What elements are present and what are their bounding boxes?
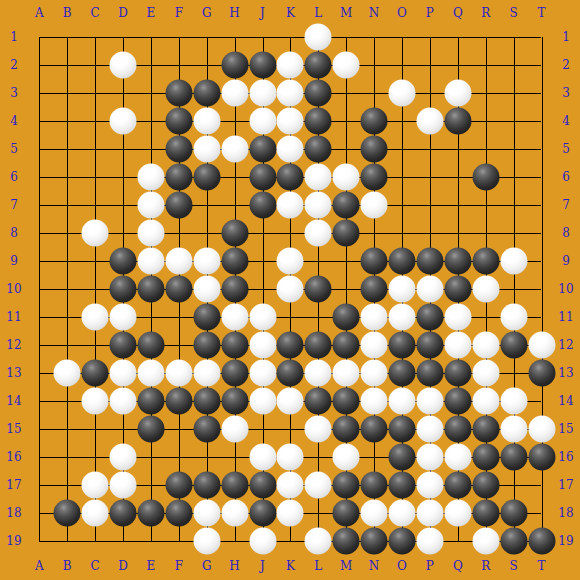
board-point-B3[interactable] [56,82,78,104]
go-client-screen: { "game": "go", "board": { "size": 19, "… [0,0,580,580]
board-point-S6[interactable] [503,166,525,188]
board-point-C4[interactable] [84,110,106,132]
board-point-C9[interactable] [84,250,106,272]
board-point-T18[interactable] [531,502,553,524]
stone-white-F13 [165,360,192,387]
coord-col-bottom-B: B [63,560,72,572]
board-point-T8[interactable] [531,222,553,244]
coord-col-top-T: T [537,7,545,19]
board-point-S5[interactable] [503,138,525,160]
stone-black-H2 [221,52,248,79]
board-point-R2[interactable] [475,54,497,76]
stone-black-D9 [110,248,137,275]
board-point-J15[interactable] [252,418,274,440]
board-point-P6[interactable] [419,166,441,188]
stone-white-G10 [193,276,220,303]
stone-white-T15 [528,416,555,443]
board-point-P5[interactable] [419,138,441,160]
board-point-K8[interactable] [279,222,301,244]
board-point-S10[interactable] [503,278,525,300]
coord-row-right-2: 2 [562,59,570,71]
board-point-R8[interactable] [475,222,497,244]
board-point-B14[interactable] [56,390,78,412]
board-point-E17[interactable] [140,474,162,496]
board-point-A12[interactable] [28,334,50,356]
board-point-E2[interactable] [140,54,162,76]
board-point-F16[interactable] [168,446,190,468]
stone-white-S11 [500,304,527,331]
stone-white-J11 [249,304,276,331]
board-point-S3[interactable] [503,82,525,104]
board-point-C6[interactable] [84,166,106,188]
stone-black-J5 [249,136,276,163]
board-point-D15[interactable] [112,418,134,440]
board-point-F2[interactable] [168,54,190,76]
stone-black-H10 [221,276,248,303]
board-point-A2[interactable] [28,54,50,76]
coord-row-right-14: 14 [558,395,573,407]
stone-white-R10 [472,276,499,303]
board-point-O5[interactable] [391,138,413,160]
coord-row-left-8: 8 [10,227,18,239]
stone-black-P11 [416,304,443,331]
coord-row-right-16: 16 [558,451,573,463]
board-point-Q1[interactable] [447,26,469,48]
coord-col-top-M: M [340,7,352,19]
board-point-Q8[interactable] [447,222,469,244]
board-point-E19[interactable] [140,530,162,552]
stone-white-L1 [305,24,332,51]
board-point-A16[interactable] [28,446,50,468]
stone-black-H8 [221,220,248,247]
coord-col-top-O: O [397,7,407,19]
stone-black-H12 [221,332,248,359]
coord-col-top-R: R [481,7,490,19]
coord-col-top-B: B [63,7,72,19]
stone-black-J17 [249,472,276,499]
board-point-C3[interactable] [84,82,106,104]
board-point-R3[interactable] [475,82,497,104]
board-point-B17[interactable] [56,474,78,496]
stone-white-L8 [305,220,332,247]
board-point-F11[interactable] [168,306,190,328]
stone-black-K6 [277,164,304,191]
board-point-C16[interactable] [84,446,106,468]
board-point-K19[interactable] [279,530,301,552]
coord-col-top-N: N [369,7,380,19]
board-point-F12[interactable] [168,334,190,356]
board-point-A17[interactable] [28,474,50,496]
board-point-B10[interactable] [56,278,78,300]
board-point-O2[interactable] [391,54,413,76]
board-point-B4[interactable] [56,110,78,132]
board-point-A19[interactable] [28,530,50,552]
board-point-A11[interactable] [28,306,50,328]
stone-black-J6 [249,164,276,191]
stone-black-N10 [361,276,388,303]
stone-black-Q17 [444,472,471,499]
stone-black-R15 [472,416,499,443]
stone-white-K2 [277,52,304,79]
board-point-B6[interactable] [56,166,78,188]
stone-black-N15 [361,416,388,443]
stone-white-L17 [305,472,332,499]
board-point-B1[interactable] [56,26,78,48]
board-point-N3[interactable] [363,82,385,104]
stone-black-O17 [389,472,416,499]
board-point-R7[interactable] [475,194,497,216]
stone-white-J14 [249,388,276,415]
coord-row-right-6: 6 [562,171,570,183]
stone-white-Q18 [444,500,471,527]
coord-row-left-1: 1 [10,31,18,43]
coord-row-left-11: 11 [6,311,21,323]
board-point-S7[interactable] [503,194,525,216]
board-point-A18[interactable] [28,502,50,524]
board-point-T9[interactable] [531,250,553,272]
stone-white-Q12 [444,332,471,359]
board-point-J9[interactable] [252,250,274,272]
coord-row-right-8: 8 [562,227,570,239]
stone-white-K17 [277,472,304,499]
board-point-T2[interactable] [531,54,553,76]
stone-black-B18 [54,500,81,527]
stone-black-E10 [137,276,164,303]
board-point-C1[interactable] [84,26,106,48]
board-point-O4[interactable] [391,110,413,132]
board-point-T3[interactable] [531,82,553,104]
board-point-D6[interactable] [112,166,134,188]
board-point-A6[interactable] [28,166,50,188]
stone-white-N12 [361,332,388,359]
board-point-D8[interactable] [112,222,134,244]
stone-white-G9 [193,248,220,275]
board-point-M10[interactable] [335,278,357,300]
board-point-H7[interactable] [224,194,246,216]
coord-col-bottom-R: R [481,560,490,572]
board-point-T6[interactable] [531,166,553,188]
coord-row-left-18: 18 [6,507,21,519]
coord-col-bottom-N: N [369,560,380,572]
board-point-N2[interactable] [363,54,385,76]
board-point-O8[interactable] [391,222,413,244]
board-point-R1[interactable] [475,26,497,48]
stone-white-P4 [416,108,443,135]
board-point-A14[interactable] [28,390,50,412]
stone-white-E9 [137,248,164,275]
board-point-B16[interactable] [56,446,78,468]
stone-black-F6 [165,164,192,191]
stone-white-P19 [416,528,443,555]
coord-col-top-K: K [286,7,295,19]
board-point-R4[interactable] [475,110,497,132]
coord-col-bottom-L: L [314,560,322,572]
board-point-B15[interactable] [56,418,78,440]
coord-row-right-18: 18 [558,507,573,519]
coord-col-bottom-H: H [229,560,239,572]
board-point-B7[interactable] [56,194,78,216]
board-point-A8[interactable] [28,222,50,244]
stone-white-K18 [277,500,304,527]
stone-black-Q13 [444,360,471,387]
board-point-D1[interactable] [112,26,134,48]
board-point-D19[interactable] [112,530,134,552]
stone-black-R6 [472,164,499,191]
board-point-E4[interactable] [140,110,162,132]
board-point-T7[interactable] [531,194,553,216]
stone-black-K13 [277,360,304,387]
board-point-G1[interactable] [196,26,218,48]
stone-white-P15 [416,416,443,443]
board-point-G8[interactable] [196,222,218,244]
board-point-B8[interactable] [56,222,78,244]
stone-black-T13 [528,360,555,387]
board-point-P3[interactable] [419,82,441,104]
board-point-Q19[interactable] [447,530,469,552]
coord-col-top-L: L [314,7,322,19]
board-point-C5[interactable] [84,138,106,160]
stone-white-S14 [500,388,527,415]
stone-black-E14 [137,388,164,415]
board-point-D7[interactable] [112,194,134,216]
board-point-A9[interactable] [28,250,50,272]
coord-col-top-J: J [260,7,265,19]
stone-black-O9 [389,248,416,275]
stone-white-K9 [277,248,304,275]
board-point-A3[interactable] [28,82,50,104]
stone-black-M7 [333,192,360,219]
board-point-B5[interactable] [56,138,78,160]
board-point-P8[interactable] [419,222,441,244]
board-point-B11[interactable] [56,306,78,328]
board-point-S2[interactable] [503,54,525,76]
stone-black-N4 [361,108,388,135]
stone-black-F5 [165,136,192,163]
board-point-C12[interactable] [84,334,106,356]
board-point-T10[interactable] [531,278,553,300]
board-point-F1[interactable] [168,26,190,48]
board-point-M3[interactable] [335,82,357,104]
coord-col-top-E: E [147,7,156,19]
board-point-J10[interactable] [252,278,274,300]
stone-white-H5 [221,136,248,163]
board-point-A7[interactable] [28,194,50,216]
coord-row-right-11: 11 [558,311,573,323]
stone-black-M19 [333,528,360,555]
board-point-L18[interactable] [307,502,329,524]
board-point-B9[interactable] [56,250,78,272]
stone-black-L12 [305,332,332,359]
stone-black-G12 [193,332,220,359]
board-point-T11[interactable] [531,306,553,328]
board-point-A15[interactable] [28,418,50,440]
stone-black-F18 [165,500,192,527]
board-point-A10[interactable] [28,278,50,300]
coord-row-right-5: 5 [562,143,570,155]
board-point-K15[interactable] [279,418,301,440]
board-point-F19[interactable] [168,530,190,552]
board-point-P2[interactable] [419,54,441,76]
board-point-O7[interactable] [391,194,413,216]
board-point-S4[interactable] [503,110,525,132]
board-point-C7[interactable] [84,194,106,216]
stone-white-J19 [249,528,276,555]
board-point-A13[interactable] [28,362,50,384]
stone-white-J13 [249,360,276,387]
board-point-S13[interactable] [503,362,525,384]
board-point-E3[interactable] [140,82,162,104]
board-point-C15[interactable] [84,418,106,440]
stone-black-G6 [193,164,220,191]
coord-col-bottom-A: A [35,560,44,572]
board-point-F15[interactable] [168,418,190,440]
coord-row-left-5: 5 [10,143,18,155]
stone-black-E15 [137,416,164,443]
stone-white-Q16 [444,444,471,471]
board-point-H19[interactable] [224,530,246,552]
board-point-N16[interactable] [363,446,385,468]
board-point-G2[interactable] [196,54,218,76]
stone-white-Q3 [444,80,471,107]
stone-white-K7 [277,192,304,219]
stone-white-K16 [277,444,304,471]
board-point-R11[interactable] [475,306,497,328]
board-point-D3[interactable] [112,82,134,104]
stone-black-Q10 [444,276,471,303]
board-point-B2[interactable] [56,54,78,76]
board-point-E5[interactable] [140,138,162,160]
stone-black-F14 [165,388,192,415]
board-point-T14[interactable] [531,390,553,412]
board-point-F8[interactable] [168,222,190,244]
coord-row-left-12: 12 [6,339,21,351]
coord-row-left-17: 17 [6,479,21,491]
board-point-O1[interactable] [391,26,413,48]
coord-col-top-A: A [35,7,44,19]
stone-black-G17 [193,472,220,499]
stone-black-D10 [110,276,137,303]
coord-col-bottom-Q: Q [453,560,463,572]
stone-white-E8 [137,220,164,247]
board-point-L16[interactable] [307,446,329,468]
board-point-T5[interactable] [531,138,553,160]
board-point-T17[interactable] [531,474,553,496]
board-point-T1[interactable] [531,26,553,48]
stone-white-J4 [249,108,276,135]
board-point-Q6[interactable] [447,166,469,188]
board-point-R5[interactable] [475,138,497,160]
coord-col-top-D: D [118,7,128,19]
stone-black-L3 [305,80,332,107]
board-point-M4[interactable] [335,110,357,132]
board-point-G7[interactable] [196,194,218,216]
coord-row-left-2: 2 [10,59,18,71]
board-point-N8[interactable] [363,222,385,244]
stone-black-P12 [416,332,443,359]
stone-white-N11 [361,304,388,331]
board-point-S8[interactable] [503,222,525,244]
board-point-M1[interactable] [335,26,357,48]
board-point-C10[interactable] [84,278,106,300]
stone-white-H11 [221,304,248,331]
board-point-M5[interactable] [335,138,357,160]
board-point-Q7[interactable] [447,194,469,216]
stone-white-O14 [389,388,416,415]
stone-white-D16 [110,444,137,471]
stone-black-N17 [361,472,388,499]
stone-white-C17 [82,472,109,499]
board-point-E1[interactable] [140,26,162,48]
stone-black-E12 [137,332,164,359]
stone-white-K5 [277,136,304,163]
stone-white-O3 [389,80,416,107]
coord-col-bottom-K: K [286,560,295,572]
stone-black-D12 [110,332,137,359]
board-point-Q2[interactable] [447,54,469,76]
stone-black-M8 [333,220,360,247]
stone-white-L13 [305,360,332,387]
board-point-K11[interactable] [279,306,301,328]
coord-row-left-7: 7 [10,199,18,211]
board-point-H4[interactable] [224,110,246,132]
stone-white-M13 [333,360,360,387]
board-point-S1[interactable] [503,26,525,48]
board-point-J1[interactable] [252,26,274,48]
stone-black-L10 [305,276,332,303]
board-point-B12[interactable] [56,334,78,356]
board-point-H16[interactable] [224,446,246,468]
board-point-H6[interactable] [224,166,246,188]
board-point-G16[interactable] [196,446,218,468]
stone-black-Q14 [444,388,471,415]
coord-row-left-4: 4 [10,115,18,127]
board-point-C2[interactable] [84,54,106,76]
board-point-A4[interactable] [28,110,50,132]
board-point-O6[interactable] [391,166,413,188]
board-point-H1[interactable] [224,26,246,48]
stone-white-G19 [193,528,220,555]
board-point-B19[interactable] [56,530,78,552]
stone-black-C13 [82,360,109,387]
board-point-L11[interactable] [307,306,329,328]
board-point-P1[interactable] [419,26,441,48]
stone-black-F4 [165,108,192,135]
board-point-C19[interactable] [84,530,106,552]
board-point-D5[interactable] [112,138,134,160]
board-point-T4[interactable] [531,110,553,132]
coord-row-right-10: 10 [558,283,573,295]
board-point-A5[interactable] [28,138,50,160]
board-point-A1[interactable] [28,26,50,48]
board-point-J8[interactable] [252,222,274,244]
coord-row-right-3: 3 [562,87,570,99]
board-point-M9[interactable] [335,250,357,272]
board-point-P7[interactable] [419,194,441,216]
stone-white-E6 [137,164,164,191]
stone-white-M16 [333,444,360,471]
stone-white-C18 [82,500,109,527]
board-point-E11[interactable] [140,306,162,328]
board-point-E16[interactable] [140,446,162,468]
coord-row-right-4: 4 [562,115,570,127]
stone-white-K3 [277,80,304,107]
stone-black-Q15 [444,416,471,443]
board-point-N1[interactable] [363,26,385,48]
board-point-K1[interactable] [279,26,301,48]
board-point-Q5[interactable] [447,138,469,160]
board-point-S17[interactable] [503,474,525,496]
board-point-L9[interactable] [307,250,329,272]
